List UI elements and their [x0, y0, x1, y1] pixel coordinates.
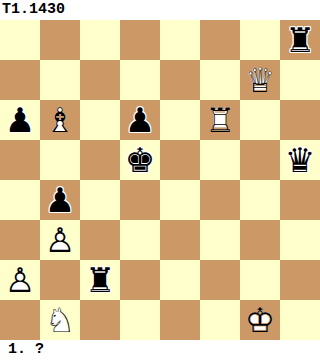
black-pawn-d6[interactable]: ♟	[120, 100, 160, 140]
white-rook-f6[interactable]: ♜♖	[200, 100, 240, 140]
piece-outline-layer: ♘	[40, 300, 80, 340]
square-c8[interactable]	[80, 20, 120, 60]
square-g5[interactable]	[240, 140, 280, 180]
square-e5[interactable]	[160, 140, 200, 180]
square-b8[interactable]	[40, 20, 80, 60]
square-c5[interactable]	[80, 140, 120, 180]
square-g4[interactable]	[240, 180, 280, 220]
square-b1[interactable]: ♞♘	[40, 300, 80, 340]
square-a8[interactable]	[0, 20, 40, 60]
square-h8[interactable]: ♜	[280, 20, 320, 60]
black-pawn-a6[interactable]: ♟	[0, 100, 40, 140]
square-c3[interactable]	[80, 220, 120, 260]
square-e6[interactable]	[160, 100, 200, 140]
square-d4[interactable]	[120, 180, 160, 220]
square-b6[interactable]: ♝♗	[40, 100, 80, 140]
black-rook-c2[interactable]: ♜	[80, 260, 120, 300]
square-d5[interactable]: ♚	[120, 140, 160, 180]
square-b5[interactable]	[40, 140, 80, 180]
square-e8[interactable]	[160, 20, 200, 60]
square-a4[interactable]	[0, 180, 40, 220]
square-a3[interactable]	[0, 220, 40, 260]
square-e1[interactable]	[160, 300, 200, 340]
square-g1[interactable]: ♚♔	[240, 300, 280, 340]
white-king-g1[interactable]: ♚♔	[240, 300, 280, 340]
square-a1[interactable]	[0, 300, 40, 340]
square-f5[interactable]	[200, 140, 240, 180]
square-h5[interactable]: ♛	[280, 140, 320, 180]
puzzle-id: T1.1430	[0, 0, 320, 20]
chess-trainer-window: T1.1430 ♜♛♕♟♝♗♟♜♖♚♛♟♟♙♟♙♜♞♘♚♔ 1. ?	[0, 0, 320, 360]
square-a5[interactable]	[0, 140, 40, 180]
square-g8[interactable]	[240, 20, 280, 60]
square-g6[interactable]	[240, 100, 280, 140]
square-d3[interactable]	[120, 220, 160, 260]
square-h2[interactable]	[280, 260, 320, 300]
square-h7[interactable]	[280, 60, 320, 100]
square-a7[interactable]	[0, 60, 40, 100]
piece-outline-layer: ♗	[40, 100, 80, 140]
square-f8[interactable]	[200, 20, 240, 60]
square-b7[interactable]	[40, 60, 80, 100]
square-h6[interactable]	[280, 100, 320, 140]
piece-outline-layer: ♖	[200, 100, 240, 140]
square-c6[interactable]	[80, 100, 120, 140]
square-g2[interactable]	[240, 260, 280, 300]
square-b4[interactable]: ♟	[40, 180, 80, 220]
white-bishop-b6[interactable]: ♝♗	[40, 100, 80, 140]
square-c2[interactable]: ♜	[80, 260, 120, 300]
square-d1[interactable]	[120, 300, 160, 340]
square-d6[interactable]: ♟	[120, 100, 160, 140]
square-f3[interactable]	[200, 220, 240, 260]
square-g3[interactable]	[240, 220, 280, 260]
square-d8[interactable]	[120, 20, 160, 60]
piece-outline-layer: ♙	[0, 260, 40, 300]
square-c7[interactable]	[80, 60, 120, 100]
square-e3[interactable]	[160, 220, 200, 260]
piece-outline-layer: ♕	[240, 60, 280, 100]
square-h4[interactable]	[280, 180, 320, 220]
white-knight-b1[interactable]: ♞♘	[40, 300, 80, 340]
white-queen-g7[interactable]: ♛♕	[240, 60, 280, 100]
black-pawn-b4[interactable]: ♟	[40, 180, 80, 220]
white-pawn-b3[interactable]: ♟♙	[40, 220, 80, 260]
square-f4[interactable]	[200, 180, 240, 220]
square-d7[interactable]	[120, 60, 160, 100]
square-f6[interactable]: ♜♖	[200, 100, 240, 140]
square-g7[interactable]: ♛♕	[240, 60, 280, 100]
move-prompt: 1. ?	[0, 340, 320, 360]
square-a2[interactable]: ♟♙	[0, 260, 40, 300]
black-king-d5[interactable]: ♚	[120, 140, 160, 180]
white-pawn-a2[interactable]: ♟♙	[0, 260, 40, 300]
square-a6[interactable]: ♟	[0, 100, 40, 140]
square-c4[interactable]	[80, 180, 120, 220]
square-c1[interactable]	[80, 300, 120, 340]
square-f2[interactable]	[200, 260, 240, 300]
square-b3[interactable]: ♟♙	[40, 220, 80, 260]
square-d2[interactable]	[120, 260, 160, 300]
square-f1[interactable]	[200, 300, 240, 340]
black-rook-h8[interactable]: ♜	[280, 20, 320, 60]
black-queen-h5[interactable]: ♛	[280, 140, 320, 180]
square-e4[interactable]	[160, 180, 200, 220]
square-h1[interactable]	[280, 300, 320, 340]
piece-outline-layer: ♙	[40, 220, 80, 260]
square-e7[interactable]	[160, 60, 200, 100]
piece-outline-layer: ♔	[240, 300, 280, 340]
square-f7[interactable]	[200, 60, 240, 100]
square-b2[interactable]	[40, 260, 80, 300]
square-h3[interactable]	[280, 220, 320, 260]
chess-board[interactable]: ♜♛♕♟♝♗♟♜♖♚♛♟♟♙♟♙♜♞♘♚♔	[0, 20, 320, 340]
square-e2[interactable]	[160, 260, 200, 300]
